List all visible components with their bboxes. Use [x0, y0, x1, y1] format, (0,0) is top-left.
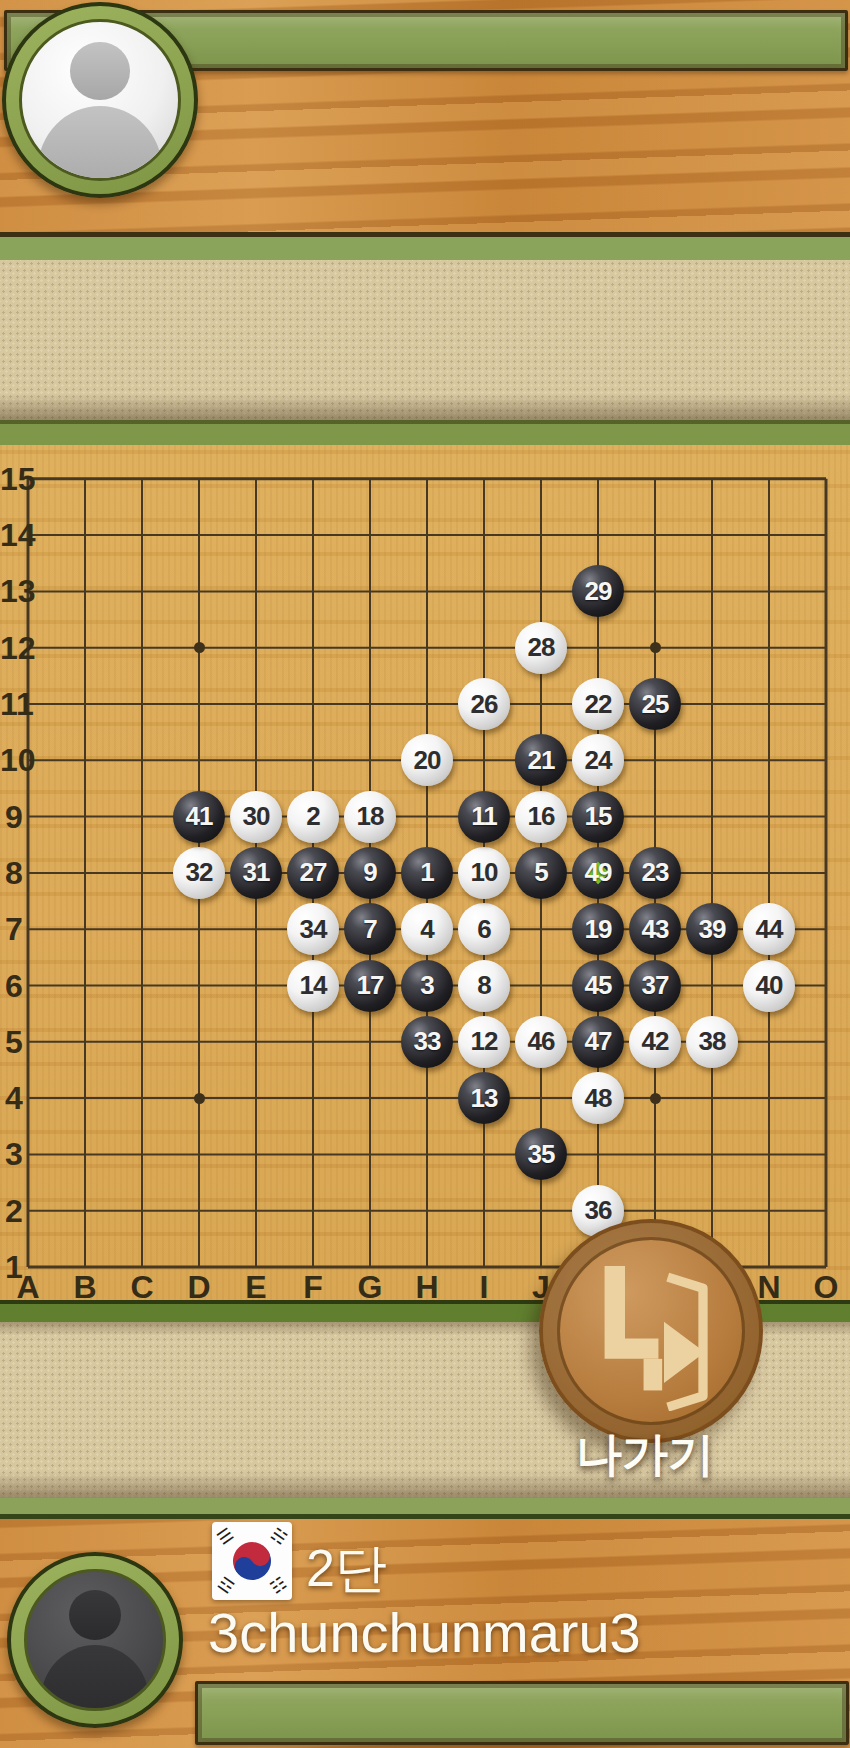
stone-black-5-J8: 5 — [515, 847, 567, 899]
bottom-player-bar — [195, 1681, 849, 1745]
stone-black-3-H6: 3 — [401, 960, 453, 1012]
stone-black-35-J3: 35 — [515, 1128, 567, 1180]
trigram-geon: ☰ — [215, 1525, 237, 1548]
omok-game-screen: 123456789101112131415 ABCDEFGHIJKLMNO 12… — [0, 0, 850, 1748]
trigram-ri: ☲ — [215, 1574, 237, 1597]
move-number: 18 — [357, 801, 384, 832]
stone-black-1-H8: 1 — [401, 847, 453, 899]
move-number: 9 — [363, 857, 376, 888]
row-label-9: 9 — [0, 799, 28, 835]
lower-green-trim — [0, 1498, 850, 1519]
move-number: 13 — [471, 1083, 498, 1114]
stone-white-24-K10: 24 — [572, 734, 624, 786]
row-label-2: 2 — [0, 1193, 28, 1229]
stone-white-30-E9: 30 — [230, 791, 282, 843]
stone-black-43-L7: 43 — [629, 903, 681, 955]
stone-black-41-D9: 41 — [173, 791, 225, 843]
move-number: 25 — [642, 689, 669, 720]
stone-black-15-K9: 15 — [572, 791, 624, 843]
move-number: 12 — [471, 1026, 498, 1057]
stone-black-9-G8: 9 — [344, 847, 396, 899]
move-number: 19 — [585, 914, 612, 945]
star-point-L12 — [650, 642, 661, 653]
stone-black-13-I4: 13 — [458, 1072, 510, 1124]
stone-white-38-M5: 38 — [686, 1016, 738, 1068]
row-label-10: 10 — [0, 742, 28, 778]
stone-white-18-G9: 18 — [344, 791, 396, 843]
stone-white-4-H7: 4 — [401, 903, 453, 955]
move-number: 31 — [243, 857, 270, 888]
stone-white-26-I11: 26 — [458, 678, 510, 730]
exit-button-label[interactable]: 나가기 — [545, 1424, 745, 1486]
star-point-D12 — [194, 642, 205, 653]
move-number: 2 — [306, 801, 319, 832]
stone-black-49-K8: 49 — [572, 847, 624, 899]
move-number: 45 — [585, 970, 612, 1001]
row-label-11: 11 — [0, 686, 28, 722]
star-point-D4 — [194, 1093, 205, 1104]
move-number: 43 — [642, 914, 669, 945]
row-label-8: 8 — [0, 855, 28, 891]
stone-black-23-L8: 23 — [629, 847, 681, 899]
stone-black-17-G6: 17 — [344, 960, 396, 1012]
move-number: 5 — [534, 857, 547, 888]
stone-black-31-E8: 31 — [230, 847, 282, 899]
move-number: 41 — [186, 801, 213, 832]
move-number: 42 — [642, 1026, 669, 1057]
bottom-player-avatar — [7, 1552, 183, 1728]
stone-white-10-I8: 10 — [458, 847, 510, 899]
move-number: 44 — [756, 914, 783, 945]
stone-black-11-I9: 11 — [458, 791, 510, 843]
panel-top-trim — [0, 232, 850, 260]
stone-white-20-H10: 20 — [401, 734, 453, 786]
move-number: 39 — [699, 914, 726, 945]
row-label-3: 3 — [0, 1136, 28, 1172]
move-number: 46 — [528, 1026, 555, 1057]
move-number: 34 — [300, 914, 327, 945]
player-username: 3chunchunmaru3 — [208, 1600, 641, 1665]
move-number: 17 — [357, 970, 384, 1001]
stone-white-8-I6: 8 — [458, 960, 510, 1012]
move-number: 37 — [642, 970, 669, 1001]
stone-white-2-F9: 2 — [287, 791, 339, 843]
stone-black-21-J10: 21 — [515, 734, 567, 786]
stone-black-39-M7: 39 — [686, 903, 738, 955]
stone-black-19-K7: 19 — [572, 903, 624, 955]
move-number: 24 — [585, 745, 612, 776]
move-number: 35 — [528, 1139, 555, 1170]
stone-black-47-K5: 47 — [572, 1016, 624, 1068]
row-label-6: 6 — [0, 968, 28, 1004]
stone-white-42-L5: 42 — [629, 1016, 681, 1068]
move-number: 3 — [420, 970, 433, 1001]
top-player-avatar — [2, 2, 198, 198]
move-number: 29 — [585, 576, 612, 607]
move-number: 23 — [642, 857, 669, 888]
move-number: 10 — [471, 857, 498, 888]
stone-black-27-F8: 27 — [287, 847, 339, 899]
stone-white-6-I7: 6 — [458, 903, 510, 955]
exit-door-arrow-icon — [586, 1251, 716, 1411]
move-number: 30 — [243, 801, 270, 832]
move-number: 21 — [528, 745, 555, 776]
move-number: 8 — [477, 970, 490, 1001]
stone-white-32-D8: 32 — [173, 847, 225, 899]
trigram-gon: ☷ — [267, 1574, 289, 1597]
move-number: 33 — [414, 1026, 441, 1057]
south-korea-flag-icon: ☰ ☵ ☲ ☷ — [212, 1522, 292, 1600]
move-number: 11 — [471, 801, 497, 832]
move-number: 16 — [528, 801, 555, 832]
stone-white-16-J9: 16 — [515, 791, 567, 843]
row-label-5: 5 — [0, 1024, 28, 1060]
star-point-L4 — [650, 1093, 661, 1104]
stone-white-28-J12: 28 — [515, 622, 567, 674]
move-number: 15 — [585, 801, 612, 832]
stone-black-33-H5: 33 — [401, 1016, 453, 1068]
move-number: 20 — [414, 745, 441, 776]
row-label-7: 7 — [0, 911, 28, 947]
move-number: 14 — [300, 970, 327, 1001]
stone-white-12-I5: 12 — [458, 1016, 510, 1068]
stone-white-46-J5: 46 — [515, 1016, 567, 1068]
row-label-14: 14 — [0, 517, 28, 553]
stone-white-34-F7: 34 — [287, 903, 339, 955]
move-number: 40 — [756, 970, 783, 1001]
move-number: 36 — [585, 1195, 612, 1226]
omok-board[interactable]: 123456789101112131415 ABCDEFGHIJKLMNO 12… — [0, 445, 850, 1300]
move-number: 26 — [471, 689, 498, 720]
upper-khaki-panel — [0, 260, 850, 420]
stone-black-37-L6: 37 — [629, 960, 681, 1012]
player-rank: 2단 — [306, 1534, 387, 1604]
stone-black-45-K6: 45 — [572, 960, 624, 1012]
move-number: 1 — [420, 857, 433, 888]
move-number: 48 — [585, 1083, 612, 1114]
stone-black-29-K13: 29 — [572, 565, 624, 617]
stone-black-7-G7: 7 — [344, 903, 396, 955]
move-number: 7 — [363, 914, 376, 945]
move-number: 28 — [528, 632, 555, 663]
move-number: 27 — [300, 857, 327, 888]
stone-black-25-L11: 25 — [629, 678, 681, 730]
row-label-13: 13 — [0, 573, 28, 609]
trigram-gam: ☵ — [267, 1525, 289, 1548]
stone-white-22-K11: 22 — [572, 678, 624, 730]
stone-white-48-K4: 48 — [572, 1072, 624, 1124]
row-label-4: 4 — [0, 1080, 28, 1116]
move-number: 49 — [585, 857, 612, 888]
move-number: 22 — [585, 689, 612, 720]
person-silhouette-icon — [24, 1569, 166, 1711]
move-number: 6 — [477, 914, 490, 945]
move-number: 4 — [420, 914, 433, 945]
move-number: 47 — [585, 1026, 612, 1057]
stone-white-44-N7: 44 — [743, 903, 795, 955]
panel-bottom-trim — [0, 420, 850, 445]
row-label-12: 12 — [0, 630, 28, 666]
person-silhouette-icon — [19, 19, 181, 181]
move-number: 32 — [186, 857, 213, 888]
stone-white-40-N6: 40 — [743, 960, 795, 1012]
row-label-15: 15 — [0, 461, 28, 497]
exit-button[interactable] — [539, 1219, 763, 1443]
move-number: 38 — [699, 1026, 726, 1057]
stone-white-14-F6: 14 — [287, 960, 339, 1012]
